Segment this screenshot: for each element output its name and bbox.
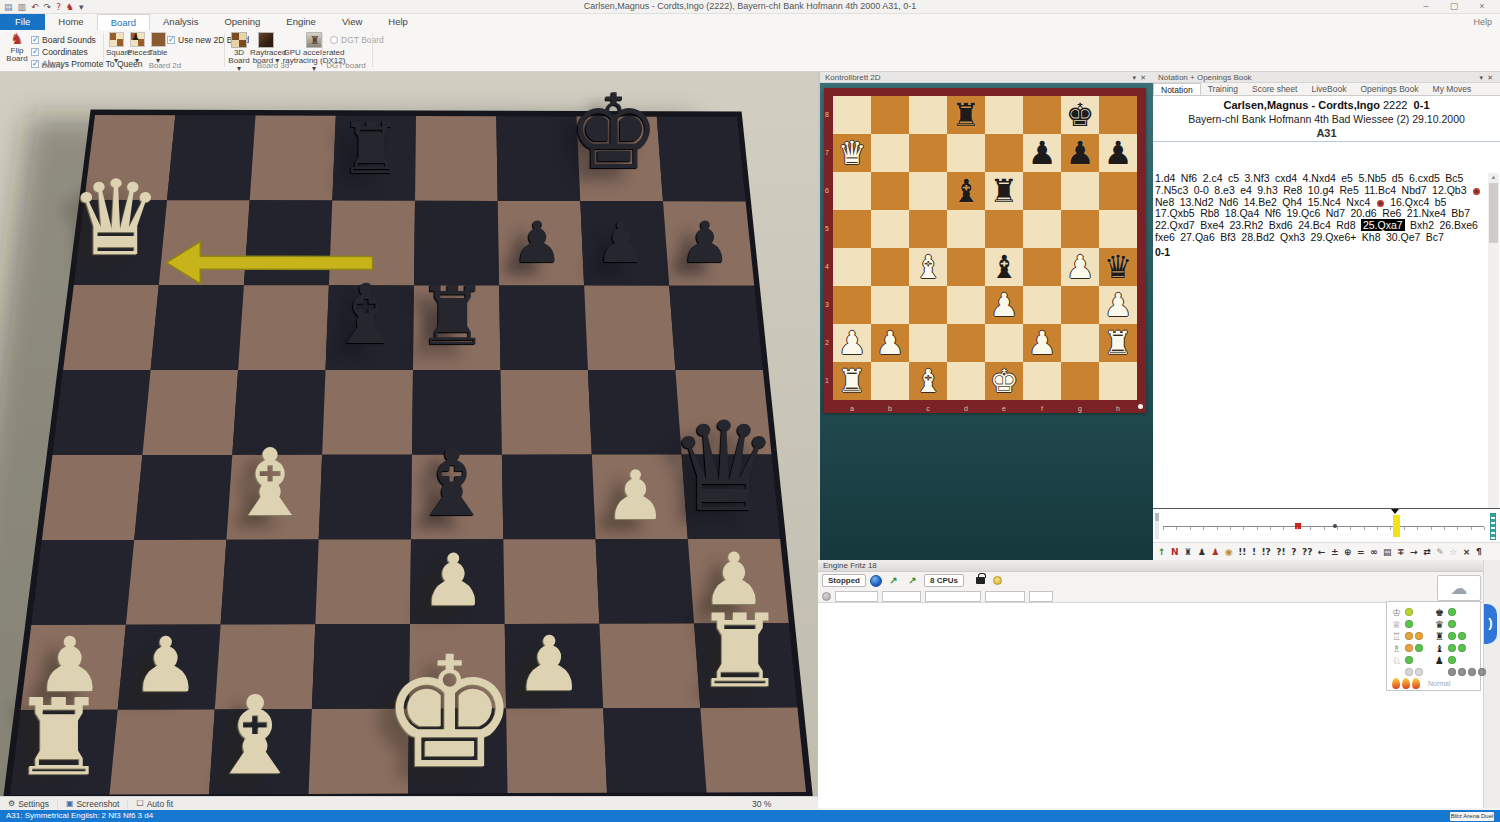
square-h3[interactable]: ♟ bbox=[1099, 286, 1137, 324]
quality-dot bbox=[1415, 632, 1423, 640]
cpu-count-button[interactable]: 8 CPUs bbox=[924, 574, 964, 587]
move[interactable]: 5.Nb5 bbox=[1358, 172, 1386, 184]
move[interactable]: 29.Qxe6+ bbox=[1311, 231, 1357, 243]
square-f1[interactable] bbox=[1023, 362, 1061, 400]
result: 0-1 bbox=[1414, 99, 1430, 111]
square3d-a8 bbox=[84, 115, 175, 200]
opening-name: A31: Symmetrical English: 2 Nf3 Nf6 3 d4 bbox=[6, 810, 153, 822]
move[interactable]: 7.N5c3 bbox=[1155, 184, 1188, 196]
square-e7[interactable] bbox=[985, 134, 1023, 172]
auto-fit-toggle[interactable]: ☐Auto fit bbox=[128, 799, 181, 809]
square-f2[interactable]: ♟ bbox=[1023, 324, 1061, 362]
annotation-symbol-13[interactable]: ± bbox=[1331, 547, 1339, 557]
square-b6[interactable] bbox=[871, 172, 909, 210]
cloud-engine-button[interactable]: ☁ bbox=[1437, 575, 1481, 601]
quality-dot bbox=[1405, 668, 1413, 676]
move[interactable]: fxe6 bbox=[1155, 231, 1175, 243]
annotation-symbol-12[interactable]: ← bbox=[1318, 547, 1326, 557]
square3d-b3 bbox=[126, 540, 226, 625]
move[interactable]: c5 bbox=[1228, 172, 1239, 184]
legend-row-right-4: ♟ bbox=[1435, 654, 1486, 666]
move[interactable]: 12.Qb3 bbox=[1432, 184, 1466, 196]
square-d4[interactable] bbox=[947, 248, 985, 286]
legend-piece-icon: ♔ bbox=[1392, 607, 1403, 618]
move[interactable]: 30.Qe7 bbox=[1386, 231, 1420, 243]
move[interactable]: 28.Bd2 bbox=[1241, 231, 1274, 243]
move[interactable]: Rb8 bbox=[1200, 207, 1219, 219]
annotation-symbol-1[interactable]: N bbox=[1171, 547, 1179, 557]
move[interactable]: cxd4 bbox=[1275, 172, 1297, 184]
cloud-icon: ☁ bbox=[1451, 578, 1468, 598]
move[interactable]: Nbd7 bbox=[1402, 184, 1427, 196]
panel-close-icon[interactable]: ✕ bbox=[1140, 74, 1150, 81]
move[interactable]: 1.d4 bbox=[1155, 172, 1175, 184]
square-d6[interactable]: ♝ bbox=[947, 172, 985, 210]
engine-toolbar: Stopped ↗ ↗ 8 CPUs bbox=[818, 572, 1500, 589]
square-g7[interactable]: ♟ bbox=[1061, 134, 1099, 172]
square3d-c7 bbox=[244, 200, 332, 285]
square-a2[interactable]: ♟ bbox=[833, 324, 871, 362]
move[interactable]: Rd8 bbox=[1336, 219, 1355, 231]
panel-title: Notation + Openings Book bbox=[1158, 73, 1252, 82]
annotation-symbol-10[interactable]: ? bbox=[1291, 547, 1296, 557]
flame-icon bbox=[1412, 678, 1421, 689]
eval-tick bbox=[1270, 527, 1271, 530]
move[interactable]: Re5 bbox=[1340, 184, 1359, 196]
square-b8[interactable] bbox=[871, 96, 909, 134]
white-pawn-2d: ♟ bbox=[1028, 324, 1057, 362]
eval-tick bbox=[1350, 527, 1351, 530]
eval-tick bbox=[1230, 527, 1231, 530]
move[interactable]: Bxh2 bbox=[1410, 219, 1434, 231]
square3d-g5 bbox=[588, 370, 682, 455]
eval-tick bbox=[1283, 527, 1284, 530]
move[interactable]: 20.d6 bbox=[1350, 207, 1376, 219]
panel-menu-icon[interactable]: ▾ bbox=[1480, 74, 1488, 81]
tab-livebook[interactable]: LiveBook bbox=[1304, 83, 1353, 95]
move[interactable]: Bxe4 bbox=[1200, 219, 1224, 231]
square-b1[interactable] bbox=[871, 362, 909, 400]
move[interactable]: 24.Bc4 bbox=[1298, 219, 1331, 231]
move[interactable]: 15.Nc4 bbox=[1308, 196, 1341, 208]
move[interactable]: 0-0 bbox=[1194, 184, 1209, 196]
arena-button[interactable]: Blitz Arena Duel bbox=[1450, 812, 1494, 821]
move[interactable]: Ne8 bbox=[1155, 196, 1174, 208]
menu-tab-help[interactable]: Help bbox=[375, 14, 421, 30]
square-h5[interactable] bbox=[1099, 210, 1137, 248]
move[interactable]: 16.Qxc4 bbox=[1390, 196, 1429, 208]
annotation-symbol-23[interactable]: × bbox=[1463, 547, 1471, 557]
move[interactable]: 14.Be2 bbox=[1244, 196, 1277, 208]
engine-field-4[interactable] bbox=[1029, 591, 1053, 602]
move[interactable]: 18.Qa4 bbox=[1225, 207, 1259, 219]
move[interactable]: 26.Bxe6 bbox=[1439, 219, 1478, 231]
engine-stop-button[interactable]: Stopped bbox=[822, 574, 866, 587]
dgt-board-toggle[interactable]: DGT Board bbox=[330, 35, 384, 45]
annotation-symbol-18[interactable]: ∓ bbox=[1397, 547, 1405, 557]
eval-tick bbox=[1337, 527, 1338, 530]
square-h8[interactable] bbox=[1099, 96, 1137, 134]
move[interactable]: Nf6 bbox=[1265, 207, 1281, 219]
square3d-g3 bbox=[596, 539, 695, 624]
annotation-symbol-3[interactable]: ♟ bbox=[1198, 547, 1206, 557]
scroll-thumb[interactable] bbox=[1489, 183, 1498, 243]
square3d-h1 bbox=[700, 708, 806, 793]
eval-tick bbox=[1444, 527, 1445, 530]
square-f3[interactable] bbox=[1023, 286, 1061, 324]
square-f6[interactable] bbox=[1023, 172, 1061, 210]
quality-dot bbox=[1405, 632, 1413, 640]
square3d-c5 bbox=[232, 370, 325, 455]
move[interactable]: Nd7 bbox=[1326, 207, 1345, 219]
square3d-e4 bbox=[411, 455, 503, 540]
move[interactable]: 27.Qa6 bbox=[1180, 231, 1214, 243]
square3d-d5 bbox=[322, 370, 413, 455]
square-g3[interactable] bbox=[1061, 286, 1099, 324]
square-c4[interactable]: ♝ bbox=[909, 248, 947, 286]
square3d-b1 bbox=[110, 709, 215, 794]
square3d-h4 bbox=[682, 455, 781, 540]
white-rook-2d: ♜ bbox=[838, 362, 867, 400]
menu-tab-file[interactable]: File bbox=[0, 14, 45, 30]
legend-piece-icon: ♗ bbox=[1392, 643, 1403, 654]
square-h6[interactable] bbox=[1099, 172, 1137, 210]
flip-board-button[interactable]: ♞ Flip Board bbox=[4, 32, 30, 63]
move[interactable]: 17.Qxb5 bbox=[1155, 207, 1195, 219]
move[interactable]: Nd6 bbox=[1219, 196, 1238, 208]
engine-title-bar: Engine Fritz 18 bbox=[818, 560, 1500, 572]
board3d-panel[interactable]: ♜♚♛♟♟♟♝♜♝♝♟♛♟♟♟♟♟♜♜♝♚ bbox=[0, 72, 818, 796]
move[interactable]: b5 bbox=[1435, 196, 1447, 208]
square-d5[interactable] bbox=[947, 210, 985, 248]
board2d-frame: ♜♚♛♟♟♟♝♜♝♝♟♛♟♟♟♟♟♜♜♝♚ abcdefgh 87654321 bbox=[824, 88, 1146, 413]
engine-field-0[interactable] bbox=[835, 591, 878, 602]
copy-line-icon[interactable]: ↗ bbox=[886, 574, 901, 587]
square-a8[interactable] bbox=[833, 96, 871, 134]
elo: 2222 bbox=[1383, 99, 1407, 111]
square3d-c2 bbox=[215, 624, 315, 709]
engine-field-2[interactable] bbox=[925, 591, 981, 602]
square-b5[interactable] bbox=[871, 210, 909, 248]
annotation-symbol-17[interactable]: ▤ bbox=[1383, 547, 1392, 557]
square3d-a3 bbox=[31, 540, 134, 625]
engine-field-3[interactable] bbox=[985, 591, 1025, 602]
square3d-b2 bbox=[118, 625, 221, 710]
square-a6[interactable] bbox=[833, 172, 871, 210]
annotation-symbol-5[interactable]: ◉ bbox=[1225, 547, 1233, 557]
square-e1[interactable]: ♚ bbox=[985, 362, 1023, 400]
hint-icon[interactable] bbox=[993, 576, 1002, 585]
move[interactable]: Kh8 bbox=[1362, 231, 1381, 243]
move[interactable]: Bc5 bbox=[1445, 172, 1463, 184]
annotation-symbol-9[interactable]: ?! bbox=[1276, 547, 1285, 557]
annotation-symbol-20[interactable]: ⇄ bbox=[1423, 547, 1431, 557]
legend-row-right-0: ♚ bbox=[1435, 606, 1486, 618]
move[interactable]: 13.Nd2 bbox=[1180, 196, 1214, 208]
square-d7[interactable] bbox=[947, 134, 985, 172]
square-e8[interactable] bbox=[985, 96, 1023, 134]
evaluation-strip[interactable] bbox=[1153, 508, 1500, 542]
tab-my-moves[interactable]: My Moves bbox=[1426, 83, 1479, 95]
square-a3[interactable] bbox=[833, 286, 871, 324]
square-a1[interactable]: ♜ bbox=[833, 362, 871, 400]
black-bishop-2d: ♝ bbox=[952, 172, 981, 210]
square-a4[interactable] bbox=[833, 248, 871, 286]
square3d-f7 bbox=[498, 201, 584, 286]
menu-tab-opening[interactable]: Opening bbox=[211, 14, 273, 30]
square3d-b5 bbox=[142, 370, 238, 455]
annotation-symbol-2[interactable]: ♜ bbox=[1184, 547, 1192, 557]
move[interactable]: Nf6 bbox=[1181, 172, 1197, 184]
move[interactable]: 21.Nxe4 bbox=[1407, 207, 1446, 219]
checkbox-label: Board Sounds bbox=[42, 35, 96, 45]
screenshot-button[interactable]: ▣Screenshot bbox=[58, 799, 129, 809]
eval-position-pointer bbox=[1391, 509, 1399, 514]
ribbon: ♞ Flip Board Board SoundsCoordinatesAlwa… bbox=[0, 30, 1500, 72]
square-h1[interactable] bbox=[1099, 362, 1137, 400]
square3d-e2 bbox=[409, 624, 506, 709]
square3d-e8 bbox=[415, 116, 498, 201]
menu-tab-engine[interactable]: Engine bbox=[273, 14, 329, 30]
quality-dot bbox=[1448, 656, 1456, 664]
square-c6[interactable] bbox=[909, 172, 947, 210]
square-b2[interactable]: ♟ bbox=[871, 324, 909, 362]
square3d-a7 bbox=[74, 200, 167, 285]
square-g8[interactable]: ♚ bbox=[1061, 96, 1099, 134]
square3d-h2 bbox=[694, 623, 797, 708]
tab-openings-book[interactable]: Openings Book bbox=[1353, 83, 1425, 95]
lock-icon[interactable] bbox=[976, 577, 985, 584]
eval-tick bbox=[1163, 527, 1164, 530]
eval-tick bbox=[1390, 527, 1391, 530]
move[interactable]: Re6 bbox=[1382, 207, 1401, 219]
square3d-g7 bbox=[580, 201, 669, 286]
square-h4[interactable]: ♛ bbox=[1099, 248, 1137, 286]
board2d[interactable]: ♜♚♛♟♟♟♝♜♝♝♟♛♟♟♟♟♟♜♜♝♚ bbox=[833, 96, 1137, 400]
quality-dot bbox=[1405, 620, 1413, 628]
move[interactable]: Qh4 bbox=[1282, 196, 1302, 208]
legend-row-right-3: ♝ bbox=[1435, 642, 1486, 654]
white-pawn-2d: ♟ bbox=[1104, 286, 1133, 324]
annotation-symbol-14[interactable]: ⊕ bbox=[1344, 547, 1352, 557]
move[interactable]: 23.Rh2 bbox=[1229, 219, 1263, 231]
annotation-symbol-15[interactable]: = bbox=[1357, 547, 1365, 557]
annotation-symbol-0[interactable]: ↑ bbox=[1158, 547, 1166, 557]
rank-label-1: 1 bbox=[825, 362, 829, 400]
move-list[interactable]: 1.d4 Nf6 2.c4 c5 3.Nf3 cxd4 4.Nxd4 e5 5.… bbox=[1155, 173, 1487, 543]
copy-all-icon[interactable]: ↗ bbox=[905, 574, 920, 587]
notation-scrollbar[interactable]: ▲ ▼ bbox=[1488, 173, 1499, 543]
annotation-symbol-7[interactable]: ! bbox=[1252, 547, 1256, 557]
move[interactable]: Bc7 bbox=[1426, 231, 1444, 243]
move[interactable]: 11.Bc4 bbox=[1364, 184, 1396, 196]
file-label-d: d bbox=[947, 405, 985, 412]
move[interactable]: 10.g4 bbox=[1308, 184, 1334, 196]
legend-piece-icon: ♘ bbox=[1392, 655, 1403, 666]
move[interactable]: 4.Nxd4 bbox=[1303, 172, 1336, 184]
annotation-symbol-8[interactable]: !? bbox=[1262, 547, 1271, 557]
square-f7[interactable]: ♟ bbox=[1023, 134, 1061, 172]
square3d-g1 bbox=[603, 708, 706, 793]
square3d-e7 bbox=[414, 201, 499, 286]
quality-dot bbox=[1448, 644, 1456, 652]
rank-label-8: 8 bbox=[825, 96, 829, 134]
annotation-symbol-21[interactable]: ✎ bbox=[1436, 547, 1444, 557]
flame-icon bbox=[1392, 678, 1401, 689]
quality-dot bbox=[1448, 608, 1456, 616]
quality-dot bbox=[1458, 644, 1466, 652]
annotation-symbol-22[interactable]: ☆ bbox=[1449, 547, 1457, 557]
square-b4[interactable] bbox=[871, 248, 909, 286]
tab-notation[interactable]: Notation bbox=[1153, 83, 1201, 95]
square3d-a4 bbox=[42, 455, 142, 540]
maximize-button[interactable]: ▢ bbox=[1440, 0, 1468, 13]
move[interactable]: 2.c4 bbox=[1203, 172, 1223, 184]
help-link[interactable]: Help bbox=[1473, 14, 1492, 30]
table-icon bbox=[151, 32, 166, 47]
square3d-g4 bbox=[592, 455, 688, 540]
quality-dot bbox=[1405, 656, 1413, 664]
move[interactable]: Bf3 bbox=[1220, 231, 1236, 243]
legend-row-left-2: ♖ bbox=[1392, 630, 1423, 642]
eval-tick bbox=[1217, 527, 1218, 530]
square-b3[interactable] bbox=[871, 286, 909, 324]
square3d-f2 bbox=[505, 624, 604, 709]
square-a5[interactable] bbox=[833, 210, 871, 248]
white-pawn-2d: ♟ bbox=[838, 324, 867, 362]
square-e5[interactable] bbox=[985, 210, 1023, 248]
move[interactable]: 22.Qxd7 bbox=[1155, 219, 1195, 231]
square3d-f6 bbox=[499, 286, 588, 371]
square-c8[interactable] bbox=[909, 96, 947, 134]
move[interactable]: 3.Nf3 bbox=[1244, 172, 1269, 184]
panel-menu-icon[interactable]: ▾ bbox=[1133, 74, 1141, 81]
square-g1[interactable] bbox=[1061, 362, 1099, 400]
square-h7[interactable]: ♟ bbox=[1099, 134, 1137, 172]
square-b7[interactable] bbox=[871, 134, 909, 172]
move[interactable]: Bxd6 bbox=[1269, 219, 1293, 231]
square-d1[interactable] bbox=[947, 362, 985, 400]
screenshot-icon: ▣ bbox=[66, 799, 74, 808]
close-button[interactable]: × bbox=[1468, 0, 1496, 13]
square-c5[interactable] bbox=[909, 210, 947, 248]
move[interactable]: Re8 bbox=[1283, 184, 1302, 196]
checkbox-icon bbox=[31, 36, 39, 44]
square-d8[interactable]: ♜ bbox=[947, 96, 985, 134]
square3d-d7 bbox=[329, 201, 415, 286]
rank-label-5: 5 bbox=[825, 210, 829, 248]
square-g2[interactable] bbox=[1061, 324, 1099, 362]
square-e3[interactable]: ♟ bbox=[985, 286, 1023, 324]
move[interactable]: 6.cxd5 bbox=[1409, 172, 1440, 184]
square3d-b6 bbox=[151, 285, 244, 370]
square3d-f3 bbox=[503, 539, 599, 624]
move[interactable]: 8.e3 bbox=[1214, 184, 1234, 196]
menu-tab-analysis[interactable]: Analysis bbox=[150, 14, 211, 30]
panel-close-icon[interactable]: ✕ bbox=[1487, 74, 1497, 81]
move[interactable]: 9.h3 bbox=[1257, 184, 1277, 196]
square-f8[interactable] bbox=[1023, 96, 1061, 134]
file-label-f: f bbox=[1023, 405, 1061, 412]
square-icon bbox=[109, 32, 124, 47]
move[interactable]: e5 bbox=[1341, 172, 1353, 184]
radio-icon bbox=[330, 36, 338, 44]
move[interactable]: d5 bbox=[1392, 172, 1404, 184]
legend-piece-icon: ♖ bbox=[1392, 631, 1403, 642]
square-c1[interactable]: ♝ bbox=[909, 362, 947, 400]
critical-move-ring-icon bbox=[1473, 188, 1480, 195]
square-h2[interactable]: ♜ bbox=[1099, 324, 1137, 362]
square-g5[interactable] bbox=[1061, 210, 1099, 248]
square-g6[interactable] bbox=[1061, 172, 1099, 210]
annotation-symbol-19[interactable]: → bbox=[1410, 547, 1418, 557]
square-f5[interactable] bbox=[1023, 210, 1061, 248]
move[interactable]: Bb7 bbox=[1451, 207, 1470, 219]
square-a7[interactable]: ♛ bbox=[833, 134, 871, 172]
menu-tab-view[interactable]: View bbox=[329, 14, 375, 30]
annotation-symbol-16[interactable]: ∞ bbox=[1370, 547, 1378, 557]
square-e6[interactable]: ♜ bbox=[985, 172, 1023, 210]
menu-tab-home[interactable]: Home bbox=[45, 14, 96, 30]
legend-piece-icon: ♜ bbox=[1435, 631, 1446, 642]
square3d-d1 bbox=[309, 709, 410, 794]
move[interactable]: e4 bbox=[1240, 184, 1252, 196]
square-d2[interactable] bbox=[947, 324, 985, 362]
engine-switch-icon[interactable] bbox=[870, 575, 882, 587]
move-highlighted[interactable]: 25.Qxa7 bbox=[1361, 219, 1405, 231]
scroll-up-icon[interactable]: ▲ bbox=[1488, 174, 1499, 180]
square-g4[interactable]: ♟ bbox=[1061, 248, 1099, 286]
move[interactable]: 19.Qc6 bbox=[1286, 207, 1320, 219]
move[interactable]: Nxc4 bbox=[1346, 196, 1370, 208]
square3d-h8 bbox=[657, 117, 746, 202]
tab-score-sheet[interactable]: Score sheet bbox=[1245, 83, 1304, 95]
zoom-level: 30 % bbox=[752, 799, 771, 809]
settings-button[interactable]: ⚙Settings bbox=[0, 799, 58, 809]
engine-field-1[interactable] bbox=[882, 591, 921, 602]
eval-mini-scrollbar[interactable] bbox=[1155, 513, 1159, 539]
annotation-symbol-6[interactable]: !! bbox=[1238, 547, 1246, 557]
square3d-a2 bbox=[21, 625, 126, 710]
tab-training[interactable]: Training bbox=[1201, 83, 1245, 95]
annotation-symbol-4[interactable]: ♟ bbox=[1211, 547, 1219, 557]
checkbox-icon bbox=[167, 36, 175, 44]
rank-label-6: 6 bbox=[825, 172, 829, 210]
square3d-a1 bbox=[10, 710, 118, 795]
eval-tick bbox=[1297, 527, 1298, 530]
eval-tick bbox=[1484, 527, 1485, 530]
menu-tab-board[interactable]: Board bbox=[97, 14, 150, 30]
engine-output-area[interactable] bbox=[818, 602, 1483, 808]
square-c7[interactable] bbox=[909, 134, 947, 172]
minimize-button[interactable]: – bbox=[1412, 0, 1440, 13]
square-e2[interactable] bbox=[985, 324, 1023, 362]
quality-dot bbox=[1405, 644, 1413, 652]
square3d-f8 bbox=[496, 116, 580, 201]
square-c2[interactable] bbox=[909, 324, 947, 362]
group-divider bbox=[224, 33, 225, 67]
square-e4[interactable]: ♝ bbox=[985, 248, 1023, 286]
square-f4[interactable] bbox=[1023, 248, 1061, 286]
square-d3[interactable] bbox=[947, 286, 985, 324]
annotation-symbol-11[interactable]: ?? bbox=[1302, 547, 1312, 557]
checkbox-label: Coordinates bbox=[42, 47, 88, 57]
eval-tick bbox=[1457, 527, 1458, 530]
square-c3[interactable] bbox=[909, 286, 947, 324]
annotation-symbol-24[interactable]: ¶ bbox=[1476, 547, 1482, 557]
square3d-c4 bbox=[226, 455, 322, 540]
move[interactable]: Qxh3 bbox=[1280, 231, 1305, 243]
